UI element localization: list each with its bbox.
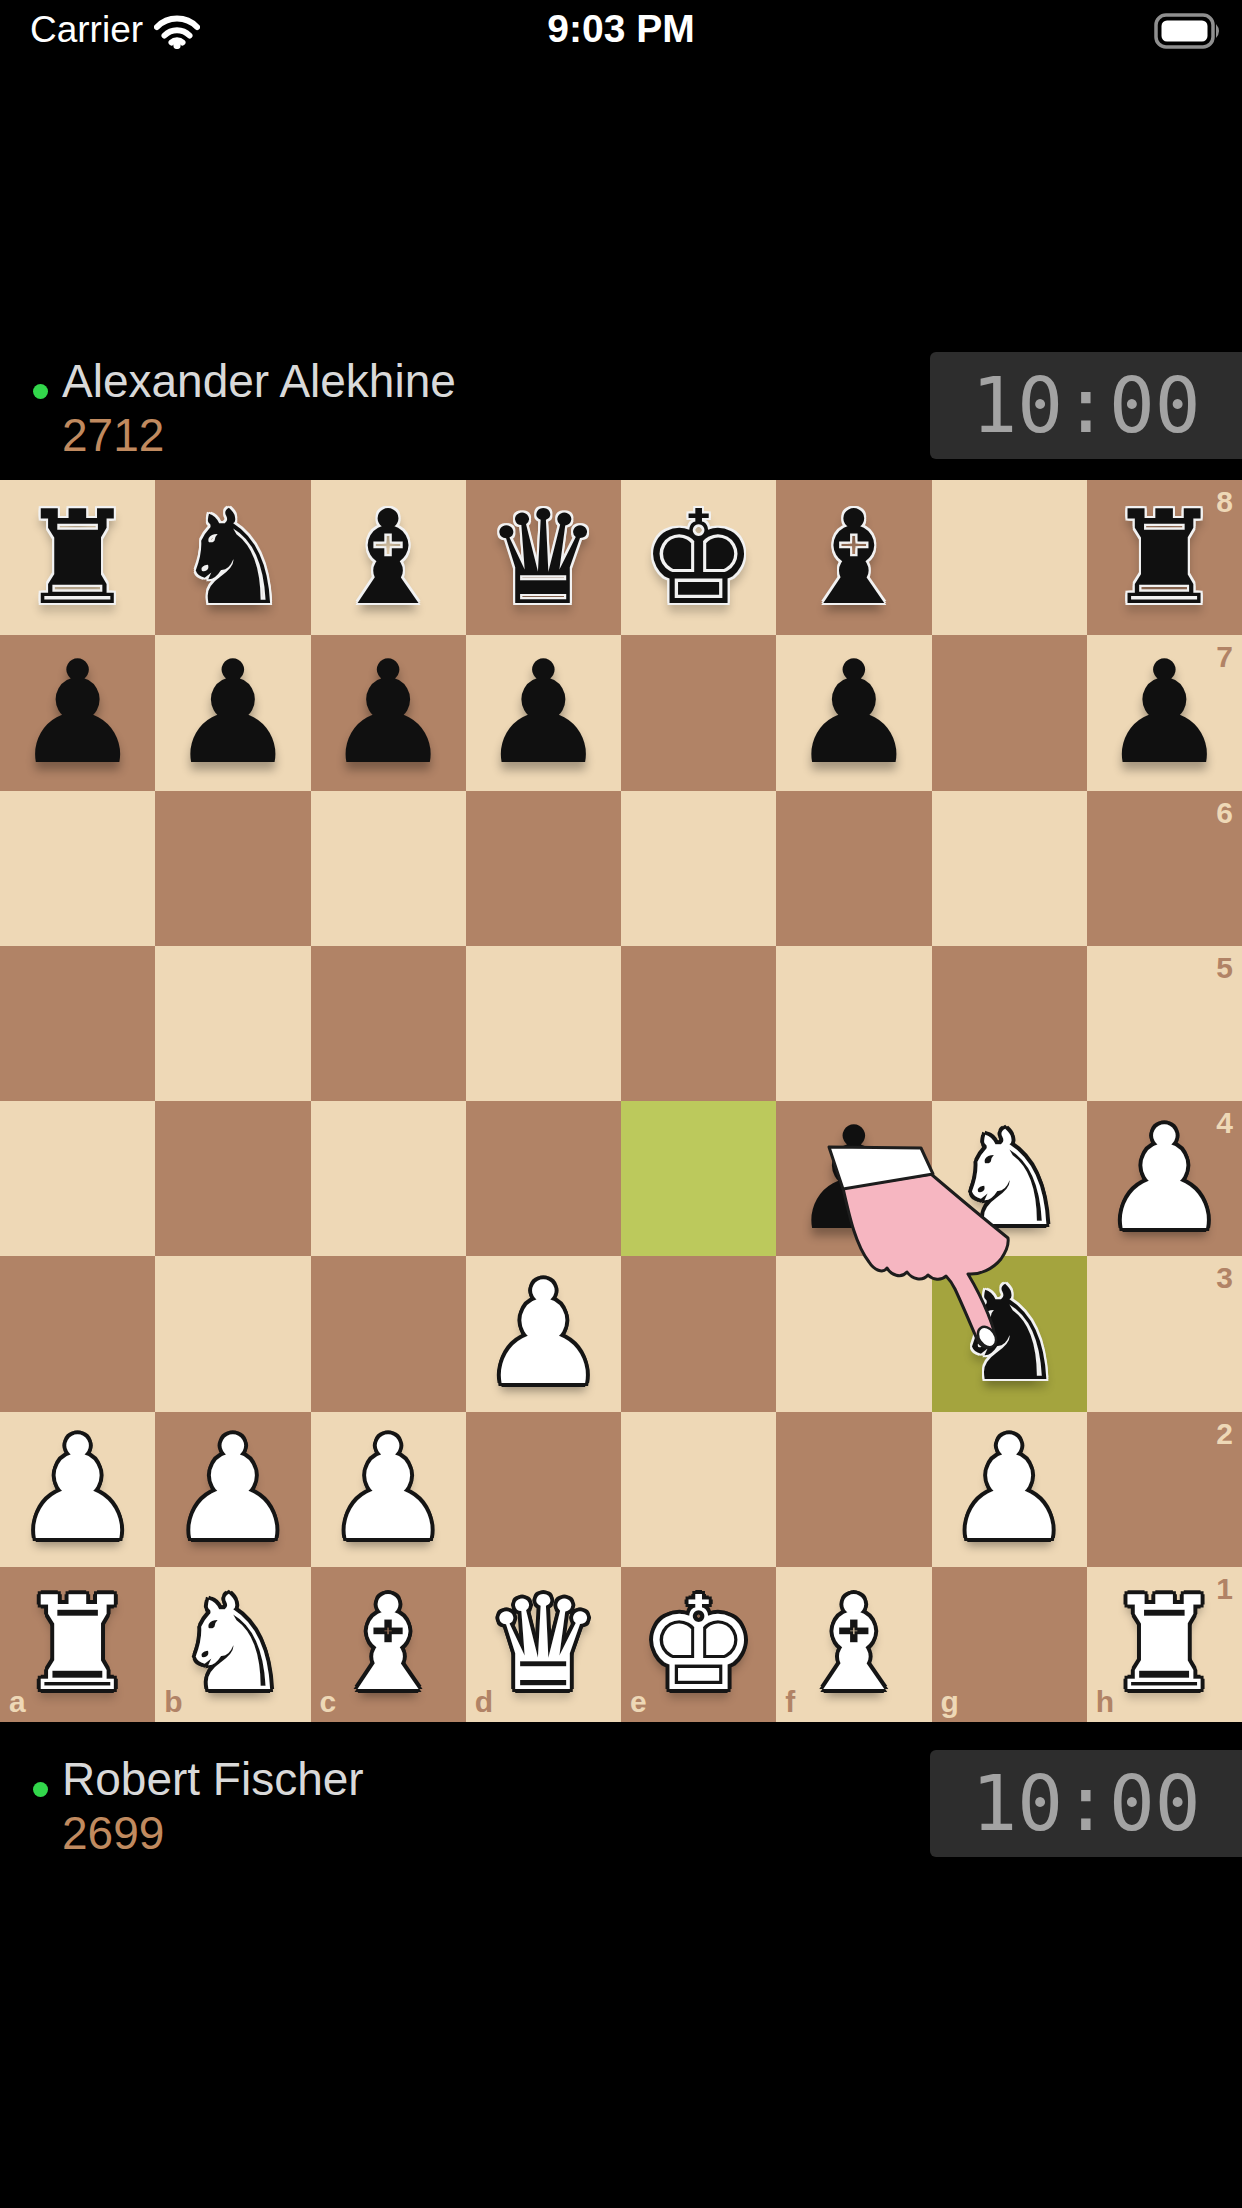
square-b2[interactable]: ♟: [155, 1412, 310, 1567]
square-d1[interactable]: d♛: [466, 1567, 621, 1722]
black-rook[interactable]: ♜: [19, 493, 136, 623]
rank-label-3: 3: [1216, 1261, 1233, 1295]
bottom-player-row: Robert Fischer 2699 10:00: [0, 1750, 1242, 1860]
black-pawn[interactable]: ♟: [480, 642, 607, 784]
black-pawn[interactable]: ♟: [790, 642, 917, 784]
square-f4[interactable]: ♟: [776, 1101, 931, 1256]
top-player-rating: 2712: [62, 410, 164, 460]
white-queen[interactable]: ♛: [485, 1579, 602, 1709]
bottom-player-rating: 2699: [62, 1808, 164, 1858]
square-c5[interactable]: [311, 946, 466, 1101]
square-a3[interactable]: [0, 1256, 155, 1411]
square-b7[interactable]: ♟: [155, 635, 310, 790]
square-b3[interactable]: [155, 1256, 310, 1411]
square-f1[interactable]: f♝: [776, 1567, 931, 1722]
square-b6[interactable]: [155, 791, 310, 946]
white-pawn[interactable]: ♟: [324, 1418, 451, 1560]
black-pawn[interactable]: ♟: [1101, 642, 1228, 784]
square-d3[interactable]: ♟: [466, 1256, 621, 1411]
rank-label-5: 5: [1216, 951, 1233, 985]
square-c3[interactable]: [311, 1256, 466, 1411]
square-g1[interactable]: g: [932, 1567, 1087, 1722]
square-b4[interactable]: [155, 1101, 310, 1256]
square-c1[interactable]: c♝: [311, 1567, 466, 1722]
white-pawn[interactable]: ♟: [14, 1418, 141, 1560]
square-e1[interactable]: e♚: [621, 1567, 776, 1722]
status-time: 9:03 PM: [0, 7, 1242, 51]
square-e8[interactable]: ♚: [621, 480, 776, 635]
square-d5[interactable]: [466, 946, 621, 1101]
square-f8[interactable]: ♝: [776, 480, 931, 635]
bottom-player-clock: 10:00: [930, 1750, 1242, 1857]
square-h3[interactable]: 3: [1087, 1256, 1242, 1411]
square-d2[interactable]: [466, 1412, 621, 1567]
white-rook[interactable]: ♜: [19, 1579, 136, 1709]
black-bishop[interactable]: ♝: [796, 493, 913, 623]
black-pawn[interactable]: ♟: [790, 1108, 917, 1250]
black-rook[interactable]: ♜: [1106, 493, 1223, 623]
square-b1[interactable]: b♞: [155, 1567, 310, 1722]
bottom-player-name: Robert Fischer: [62, 1754, 364, 1804]
square-a6[interactable]: [0, 791, 155, 946]
chess-board: ♜♞♝♛♚♝8♜♟♟♟♟♟7♟65♟♞4♟♟♞3♟♟♟♟2a♜b♞c♝d♛e♚f…: [0, 480, 1242, 1722]
white-king[interactable]: ♚: [640, 1579, 757, 1709]
square-g7[interactable]: [932, 635, 1087, 790]
square-f5[interactable]: [776, 946, 931, 1101]
square-f7[interactable]: ♟: [776, 635, 931, 790]
square-g5[interactable]: [932, 946, 1087, 1101]
square-h4[interactable]: 4♟: [1087, 1101, 1242, 1256]
black-pawn[interactable]: ♟: [169, 642, 296, 784]
white-knight[interactable]: ♞: [951, 1114, 1068, 1244]
white-pawn[interactable]: ♟: [1101, 1108, 1228, 1250]
square-h2[interactable]: 2: [1087, 1412, 1242, 1567]
file-label-f: f: [785, 1685, 795, 1719]
square-a4[interactable]: [0, 1101, 155, 1256]
square-c6[interactable]: [311, 791, 466, 946]
square-f6[interactable]: [776, 791, 931, 946]
app-screen: Carrier 9:03 PM Alexander Alekhine 2712 …: [0, 0, 1242, 2208]
top-player-row: Alexander Alekhine 2712 10:00: [0, 352, 1242, 462]
square-a1[interactable]: a♜: [0, 1567, 155, 1722]
square-c8[interactable]: ♝: [311, 480, 466, 635]
top-player-clock: 10:00: [930, 352, 1242, 459]
square-a2[interactable]: ♟: [0, 1412, 155, 1567]
square-h6[interactable]: 6: [1087, 791, 1242, 946]
square-e2[interactable]: [621, 1412, 776, 1567]
square-c2[interactable]: ♟: [311, 1412, 466, 1567]
square-g2[interactable]: ♟: [932, 1412, 1087, 1567]
white-pawn[interactable]: ♟: [480, 1263, 607, 1405]
square-d7[interactable]: ♟: [466, 635, 621, 790]
white-rook[interactable]: ♜: [1106, 1579, 1223, 1709]
square-h7[interactable]: 7♟: [1087, 635, 1242, 790]
battery-icon: [1154, 13, 1222, 53]
black-pawn[interactable]: ♟: [14, 642, 141, 784]
square-d6[interactable]: [466, 791, 621, 946]
rank-label-6: 6: [1216, 796, 1233, 830]
square-h5[interactable]: 5: [1087, 946, 1242, 1101]
square-e3[interactable]: [621, 1256, 776, 1411]
white-pawn[interactable]: ♟: [169, 1418, 296, 1560]
black-pawn[interactable]: ♟: [324, 642, 451, 784]
square-c4[interactable]: [311, 1101, 466, 1256]
square-a7[interactable]: ♟: [0, 635, 155, 790]
square-a5[interactable]: [0, 946, 155, 1101]
black-bishop[interactable]: ♝: [330, 493, 447, 623]
square-d4[interactable]: [466, 1101, 621, 1256]
black-queen[interactable]: ♛: [485, 493, 602, 623]
square-e6[interactable]: [621, 791, 776, 946]
white-bishop[interactable]: ♝: [796, 1579, 913, 1709]
online-dot: [33, 1782, 48, 1797]
square-d8[interactable]: ♛: [466, 480, 621, 635]
square-g3[interactable]: ♞: [932, 1256, 1087, 1411]
square-g4[interactable]: ♞: [932, 1101, 1087, 1256]
online-dot: [33, 384, 48, 399]
file-label-g: g: [941, 1685, 959, 1719]
square-e4[interactable]: [621, 1101, 776, 1256]
top-player-name: Alexander Alekhine: [62, 356, 456, 406]
square-b8[interactable]: ♞: [155, 480, 310, 635]
rank-label-2: 2: [1216, 1417, 1233, 1451]
square-f2[interactable]: [776, 1412, 931, 1567]
status-bar: Carrier 9:03 PM: [0, 0, 1242, 62]
square-g8[interactable]: [932, 480, 1087, 635]
black-knight[interactable]: ♞: [175, 493, 292, 623]
white-pawn[interactable]: ♟: [945, 1418, 1072, 1560]
square-e7[interactable]: [621, 635, 776, 790]
white-bishop[interactable]: ♝: [330, 1579, 447, 1709]
black-knight[interactable]: ♞: [951, 1269, 1068, 1399]
square-a8[interactable]: ♜: [0, 480, 155, 635]
square-b5[interactable]: [155, 946, 310, 1101]
black-king[interactable]: ♚: [640, 493, 757, 623]
square-c7[interactable]: ♟: [311, 635, 466, 790]
square-g6[interactable]: [932, 791, 1087, 946]
square-h8[interactable]: 8♜: [1087, 480, 1242, 635]
white-knight[interactable]: ♞: [175, 1579, 292, 1709]
square-f3[interactable]: [776, 1256, 931, 1411]
square-h1[interactable]: 1h♜: [1087, 1567, 1242, 1722]
square-e5[interactable]: [621, 946, 776, 1101]
